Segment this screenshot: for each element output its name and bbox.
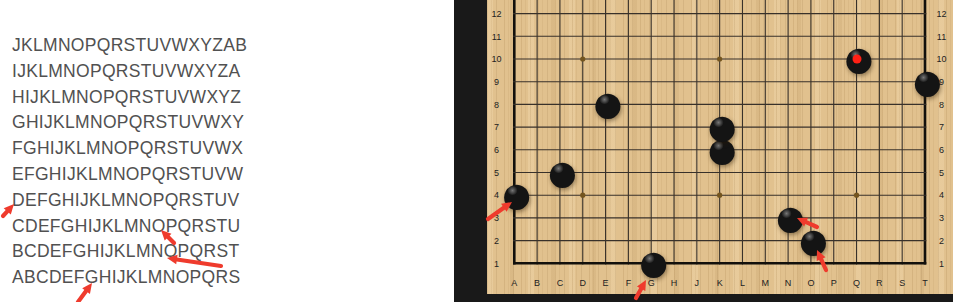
row-label-left-10: 10 (491, 54, 501, 64)
row-label-right-9: 9 (939, 77, 944, 87)
letter-line-6: EFGHIJKLMNOPQRSTUVW (12, 162, 247, 188)
letter-line-3: HIJKLMNOPQRSTUVWXYZ (12, 85, 247, 111)
row-label-right-11: 11 (937, 32, 946, 42)
row-label-left-5: 5 (494, 168, 499, 178)
row-label-right-12: 12 (936, 9, 946, 19)
letter-line-8: CDEFGHIJKLMNOPQRSTU (12, 214, 247, 240)
letter-line-2: IJKLMNOPQRSTUVWXYZA (12, 59, 247, 85)
letter-line-10: ABCDEFGHIJKLMNOPQRS (12, 265, 247, 291)
col-label-T: T (922, 278, 928, 288)
col-label-P: P (831, 278, 837, 288)
col-label-A: A (511, 278, 517, 288)
col-label-F: F (626, 278, 632, 288)
letter-line-4: GHIJKLMNOPQRSTUVWXY (12, 110, 247, 136)
letter-line-9: BCDEFGHIJKLMNOPQRST (12, 239, 247, 265)
letter-line-1: JKLMNOPQRSTUVWXYZAB (12, 33, 247, 59)
row-label-left-1: 1 (494, 259, 499, 269)
row-label-left-4: 4 (494, 190, 499, 200)
go-board[interactable]: 112233445566778899101011111212ABCDEFGHJK… (487, 0, 953, 294)
row-label-left-3: 3 (494, 213, 499, 223)
row-label-left-6: 6 (494, 145, 499, 155)
row-label-right-3: 3 (939, 213, 944, 223)
board-panel: 112233445566778899101011111212ABCDEFGHJK… (454, 0, 953, 302)
row-label-left-7: 7 (494, 122, 499, 132)
col-label-K: K (717, 278, 723, 288)
col-label-H: H (671, 278, 678, 288)
col-label-N: N (785, 278, 792, 288)
col-label-B: B (534, 278, 540, 288)
letter-grid: JKLMNOPQRSTUVWXYZABIJKLMNOPQRSTUVWXYZAHI… (12, 33, 247, 291)
row-label-left-12: 12 (491, 9, 501, 19)
screenshot-root: JKLMNOPQRSTUVWXYZABIJKLMNOPQRSTUVWXYZAHI… (0, 0, 953, 302)
col-label-E: E (603, 278, 609, 288)
row-label-right-6: 6 (939, 145, 944, 155)
row-label-right-7: 7 (939, 122, 944, 132)
row-label-left-2: 2 (494, 236, 499, 246)
col-label-S: S (899, 278, 905, 288)
row-label-right-1: 1 (939, 259, 944, 269)
col-label-C: C (557, 278, 564, 288)
row-label-right-5: 5 (939, 168, 944, 178)
row-label-right-4: 4 (939, 190, 944, 200)
row-label-right-8: 8 (939, 100, 944, 110)
col-label-L: L (740, 278, 745, 288)
letter-line-7: DEFGHIJKLMNOPQRSTUV (12, 188, 247, 214)
board-grid: 112233445566778899101011111212ABCDEFGHJK… (487, 0, 953, 294)
col-label-J: J (695, 278, 700, 288)
row-label-left-8: 8 (494, 100, 499, 110)
col-label-O: O (807, 278, 814, 288)
row-label-left-9: 9 (494, 77, 499, 87)
row-label-right-2: 2 (939, 236, 944, 246)
col-label-G: G (648, 278, 655, 288)
row-label-right-10: 10 (936, 54, 946, 64)
col-label-M: M (762, 278, 770, 288)
col-label-Q: Q (853, 278, 860, 288)
col-label-R: R (876, 278, 883, 288)
row-label-left-11: 11 (492, 32, 501, 42)
letter-line-5: FGHIJKLMNOPQRSTUVWX (12, 136, 247, 162)
col-label-D: D (580, 278, 587, 288)
